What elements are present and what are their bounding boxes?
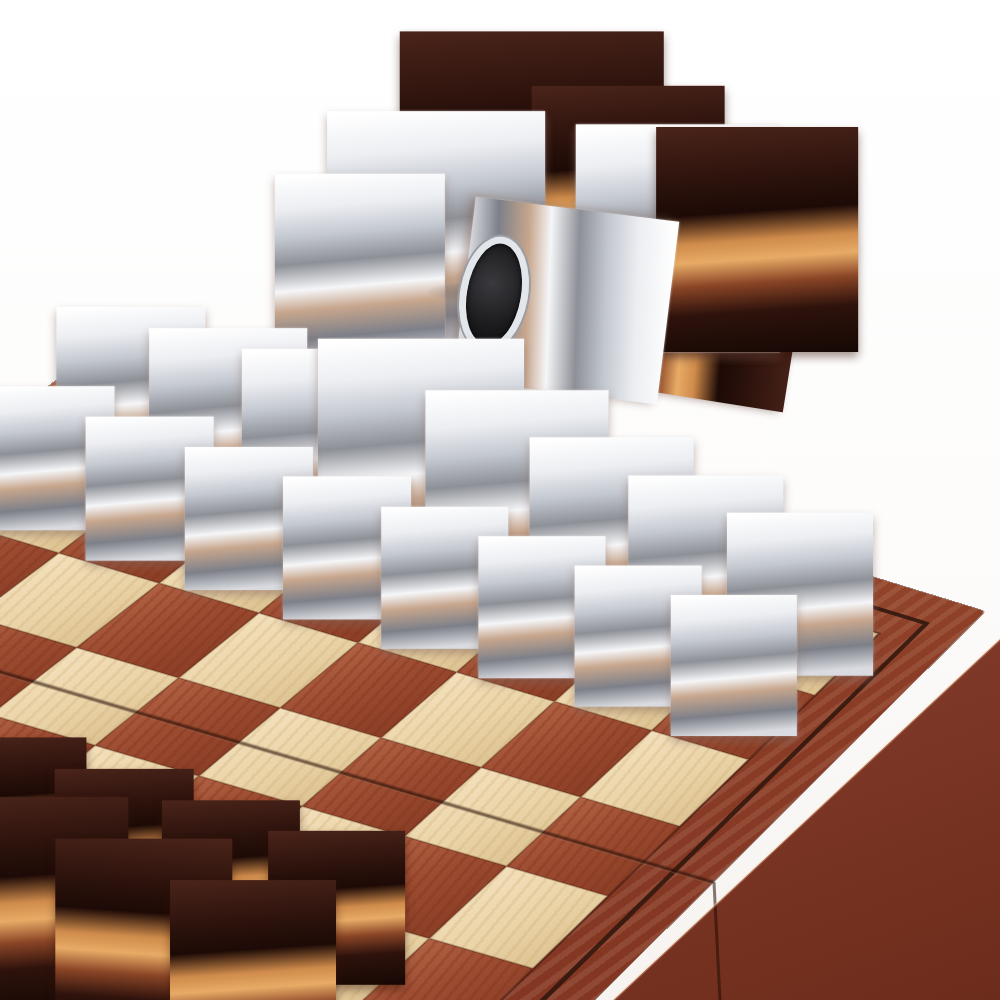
product-photo-scene: ♜♞♝♚♛♝♞♜♟♟♟♟♟♟♟♟♝♞♜♟♟♟♟♟♜♚♚♝♛♝♞ <box>0 0 1000 1000</box>
box-face-fold-line <box>714 882 726 1000</box>
piece-silver-pawn-a2[interactable]: ♟ <box>671 595 797 736</box>
piece-dark-rook-b7[interactable]: ♜ <box>170 880 336 1000</box>
